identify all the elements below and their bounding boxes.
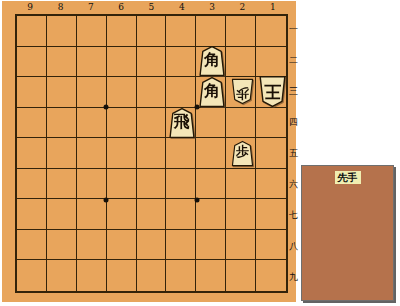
- board-square[interactable]: [256, 16, 286, 47]
- board-square[interactable]: [166, 260, 196, 291]
- board-square[interactable]: [256, 47, 286, 78]
- board-square[interactable]: [226, 16, 256, 47]
- board-square[interactable]: [196, 260, 226, 291]
- board-square[interactable]: [137, 16, 167, 47]
- board-square[interactable]: [226, 169, 256, 200]
- shogi-app: 987654321 一二三四五六七八九 角角歩王飛歩 先手: [0, 0, 400, 306]
- board-square[interactable]: [196, 199, 226, 230]
- piece-gote-king[interactable]: 王: [258, 76, 287, 107]
- koma-kanji: 歩: [231, 86, 254, 100]
- board-square[interactable]: [256, 230, 286, 261]
- board-square[interactable]: [77, 138, 107, 169]
- piece-sente-pawn[interactable]: 歩: [231, 140, 254, 167]
- sente-hand-tray[interactable]: 先手: [301, 165, 394, 301]
- board-square[interactable]: [47, 77, 77, 108]
- board-square[interactable]: [256, 108, 286, 139]
- board-square[interactable]: [256, 260, 286, 291]
- board-square[interactable]: [196, 138, 226, 169]
- file-label: 4: [167, 2, 197, 13]
- rank-label: 二: [288, 45, 299, 76]
- file-label: 1: [258, 2, 288, 13]
- board-square[interactable]: [77, 16, 107, 47]
- board-square[interactable]: [256, 199, 286, 230]
- rank-label: 七: [288, 200, 299, 231]
- board-square[interactable]: [47, 108, 77, 139]
- board-square[interactable]: [196, 230, 226, 261]
- board-square[interactable]: [166, 169, 196, 200]
- board-square[interactable]: [17, 47, 47, 78]
- sente-hand-label: 先手: [335, 171, 361, 184]
- board-square[interactable]: [17, 77, 47, 108]
- board-square[interactable]: [226, 108, 256, 139]
- rank-label: 四: [288, 107, 299, 138]
- koma-kanji: 角: [198, 82, 226, 100]
- board-square[interactable]: [107, 169, 137, 200]
- shogi-board: 987654321 一二三四五六七八九 角角歩王飛歩: [2, 1, 296, 302]
- board-square[interactable]: [137, 199, 167, 230]
- board-square[interactable]: [107, 108, 137, 139]
- board-square[interactable]: [256, 138, 286, 169]
- board-square[interactable]: [226, 260, 256, 291]
- board-square[interactable]: [196, 108, 226, 139]
- board-square[interactable]: [107, 260, 137, 291]
- board-square[interactable]: [107, 230, 137, 261]
- koma-kanji: 歩: [231, 145, 254, 159]
- board-square[interactable]: [166, 230, 196, 261]
- board-square[interactable]: [17, 108, 47, 139]
- file-label: 2: [227, 2, 257, 13]
- board-square[interactable]: [77, 47, 107, 78]
- koma-kanji: 飛: [168, 113, 196, 131]
- board-square[interactable]: [17, 260, 47, 291]
- board-square[interactable]: [166, 138, 196, 169]
- board-square[interactable]: [107, 138, 137, 169]
- board-square[interactable]: [77, 77, 107, 108]
- board-square[interactable]: [137, 108, 167, 139]
- rank-label: 一: [288, 14, 299, 45]
- board-square[interactable]: [77, 199, 107, 230]
- koma-kanji: 角: [198, 51, 226, 69]
- board-square[interactable]: [47, 199, 77, 230]
- rank-labels: 一二三四五六七八九: [288, 14, 299, 293]
- board-square[interactable]: [137, 47, 167, 78]
- board-square[interactable]: [196, 16, 226, 47]
- board-square[interactable]: [77, 260, 107, 291]
- board-square[interactable]: [196, 169, 226, 200]
- board-square[interactable]: [77, 108, 107, 139]
- rank-label: 六: [288, 169, 299, 200]
- piece-sente-bishop[interactable]: 角: [198, 46, 226, 76]
- rank-label: 三: [288, 76, 299, 107]
- board-square[interactable]: [166, 77, 196, 108]
- board-square[interactable]: [137, 169, 167, 200]
- board-square[interactable]: [47, 138, 77, 169]
- file-label: 9: [15, 2, 45, 13]
- board-square[interactable]: [226, 230, 256, 261]
- board-square[interactable]: [107, 199, 137, 230]
- board-square[interactable]: [166, 16, 196, 47]
- file-labels: 987654321: [15, 2, 288, 13]
- file-label: 8: [45, 2, 75, 13]
- board-square[interactable]: [47, 169, 77, 200]
- board-square[interactable]: [226, 199, 256, 230]
- file-label: 3: [197, 2, 227, 13]
- board-square[interactable]: [226, 47, 256, 78]
- board-square[interactable]: [137, 260, 167, 291]
- koma-kanji: 王: [258, 82, 287, 101]
- file-label: 5: [136, 2, 166, 13]
- rank-label: 八: [288, 231, 299, 262]
- board-square[interactable]: [17, 169, 47, 200]
- piece-sente-bishop[interactable]: 角: [198, 77, 226, 107]
- rank-label: 五: [288, 138, 299, 169]
- board-square[interactable]: [47, 47, 77, 78]
- board-square[interactable]: [107, 77, 137, 108]
- rank-label: 九: [288, 262, 299, 293]
- board-square[interactable]: [47, 16, 77, 47]
- file-label: 7: [76, 2, 106, 13]
- board-square[interactable]: [47, 260, 77, 291]
- board-square[interactable]: [137, 230, 167, 261]
- piece-sente-rook[interactable]: 飛: [168, 108, 196, 138]
- board-square[interactable]: [17, 230, 47, 261]
- board-square[interactable]: [47, 230, 77, 261]
- board-square[interactable]: [137, 77, 167, 108]
- board-square[interactable]: [107, 16, 137, 47]
- board-square[interactable]: [77, 169, 107, 200]
- board-square[interactable]: [137, 138, 167, 169]
- board-square[interactable]: [107, 47, 137, 78]
- board-square[interactable]: [17, 138, 47, 169]
- board-square[interactable]: [256, 169, 286, 200]
- board-square[interactable]: [17, 16, 47, 47]
- board-square[interactable]: [77, 230, 107, 261]
- board-square[interactable]: [166, 47, 196, 78]
- file-label: 6: [106, 2, 136, 13]
- board-square[interactable]: [17, 199, 47, 230]
- piece-gote-pawn[interactable]: 歩: [231, 78, 254, 105]
- board-square[interactable]: [166, 199, 196, 230]
